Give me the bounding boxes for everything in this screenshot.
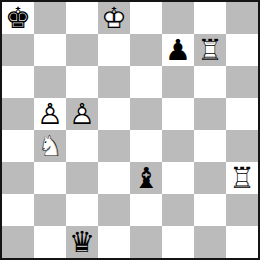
square-e4[interactable] [130, 130, 162, 162]
white-king-piece: ♚♔ [98, 2, 130, 34]
square-h5[interactable] [226, 98, 258, 130]
chess-board: ♚♚♔♟♜♖♟♙♟♙♞♘♝♜♖♛ [0, 0, 260, 260]
black-queen-piece: ♛ [66, 226, 98, 258]
square-a6[interactable] [2, 66, 34, 98]
white-rook-piece: ♜♖ [194, 34, 226, 66]
square-g2[interactable] [194, 194, 226, 226]
square-h8[interactable] [226, 2, 258, 34]
square-e3[interactable]: ♝ [130, 162, 162, 194]
square-c4[interactable] [66, 130, 98, 162]
square-b1[interactable] [34, 226, 66, 258]
square-e5[interactable] [130, 98, 162, 130]
square-e8[interactable] [130, 2, 162, 34]
black-bishop-piece: ♝ [130, 162, 162, 194]
square-c3[interactable] [66, 162, 98, 194]
square-h7[interactable] [226, 34, 258, 66]
square-f4[interactable] [162, 130, 194, 162]
square-c6[interactable] [66, 66, 98, 98]
square-h4[interactable] [226, 130, 258, 162]
square-b2[interactable] [34, 194, 66, 226]
square-h2[interactable] [226, 194, 258, 226]
square-f8[interactable] [162, 2, 194, 34]
black-pawn-piece: ♟ [162, 34, 194, 66]
square-b3[interactable] [34, 162, 66, 194]
square-c2[interactable] [66, 194, 98, 226]
square-d8[interactable]: ♚♔ [98, 2, 130, 34]
square-e2[interactable] [130, 194, 162, 226]
square-d6[interactable] [98, 66, 130, 98]
square-f7[interactable]: ♟ [162, 34, 194, 66]
square-b7[interactable] [34, 34, 66, 66]
square-d2[interactable] [98, 194, 130, 226]
square-b5[interactable]: ♟♙ [34, 98, 66, 130]
square-e7[interactable] [130, 34, 162, 66]
white-pawn-piece: ♟♙ [66, 98, 98, 130]
square-b8[interactable] [34, 2, 66, 34]
square-f2[interactable] [162, 194, 194, 226]
square-d4[interactable] [98, 130, 130, 162]
white-rook-piece: ♜♖ [226, 162, 258, 194]
square-f1[interactable] [162, 226, 194, 258]
square-e6[interactable] [130, 66, 162, 98]
square-a7[interactable] [2, 34, 34, 66]
square-f6[interactable] [162, 66, 194, 98]
square-g5[interactable] [194, 98, 226, 130]
square-a1[interactable] [2, 226, 34, 258]
white-knight-piece: ♞♘ [34, 130, 66, 162]
white-pawn-piece: ♟♙ [34, 98, 66, 130]
square-b6[interactable] [34, 66, 66, 98]
square-a8[interactable]: ♚ [2, 2, 34, 34]
square-g6[interactable] [194, 66, 226, 98]
square-g4[interactable] [194, 130, 226, 162]
square-e1[interactable] [130, 226, 162, 258]
square-c7[interactable] [66, 34, 98, 66]
square-c5[interactable]: ♟♙ [66, 98, 98, 130]
square-g8[interactable] [194, 2, 226, 34]
square-d1[interactable] [98, 226, 130, 258]
square-a2[interactable] [2, 194, 34, 226]
square-d7[interactable] [98, 34, 130, 66]
black-king-piece: ♚ [2, 2, 34, 34]
square-b4[interactable]: ♞♘ [34, 130, 66, 162]
square-h3[interactable]: ♜♖ [226, 162, 258, 194]
square-g3[interactable] [194, 162, 226, 194]
chess-diagram: ♚♚♔♟♜♖♟♙♟♙♞♘♝♜♖♛ [0, 0, 260, 260]
square-h1[interactable] [226, 226, 258, 258]
square-a4[interactable] [2, 130, 34, 162]
square-f3[interactable] [162, 162, 194, 194]
square-a5[interactable] [2, 98, 34, 130]
square-c8[interactable] [66, 2, 98, 34]
square-g1[interactable] [194, 226, 226, 258]
square-f5[interactable] [162, 98, 194, 130]
square-c1[interactable]: ♛ [66, 226, 98, 258]
square-d5[interactable] [98, 98, 130, 130]
square-d3[interactable] [98, 162, 130, 194]
square-h6[interactable] [226, 66, 258, 98]
square-g7[interactable]: ♜♖ [194, 34, 226, 66]
square-a3[interactable] [2, 162, 34, 194]
